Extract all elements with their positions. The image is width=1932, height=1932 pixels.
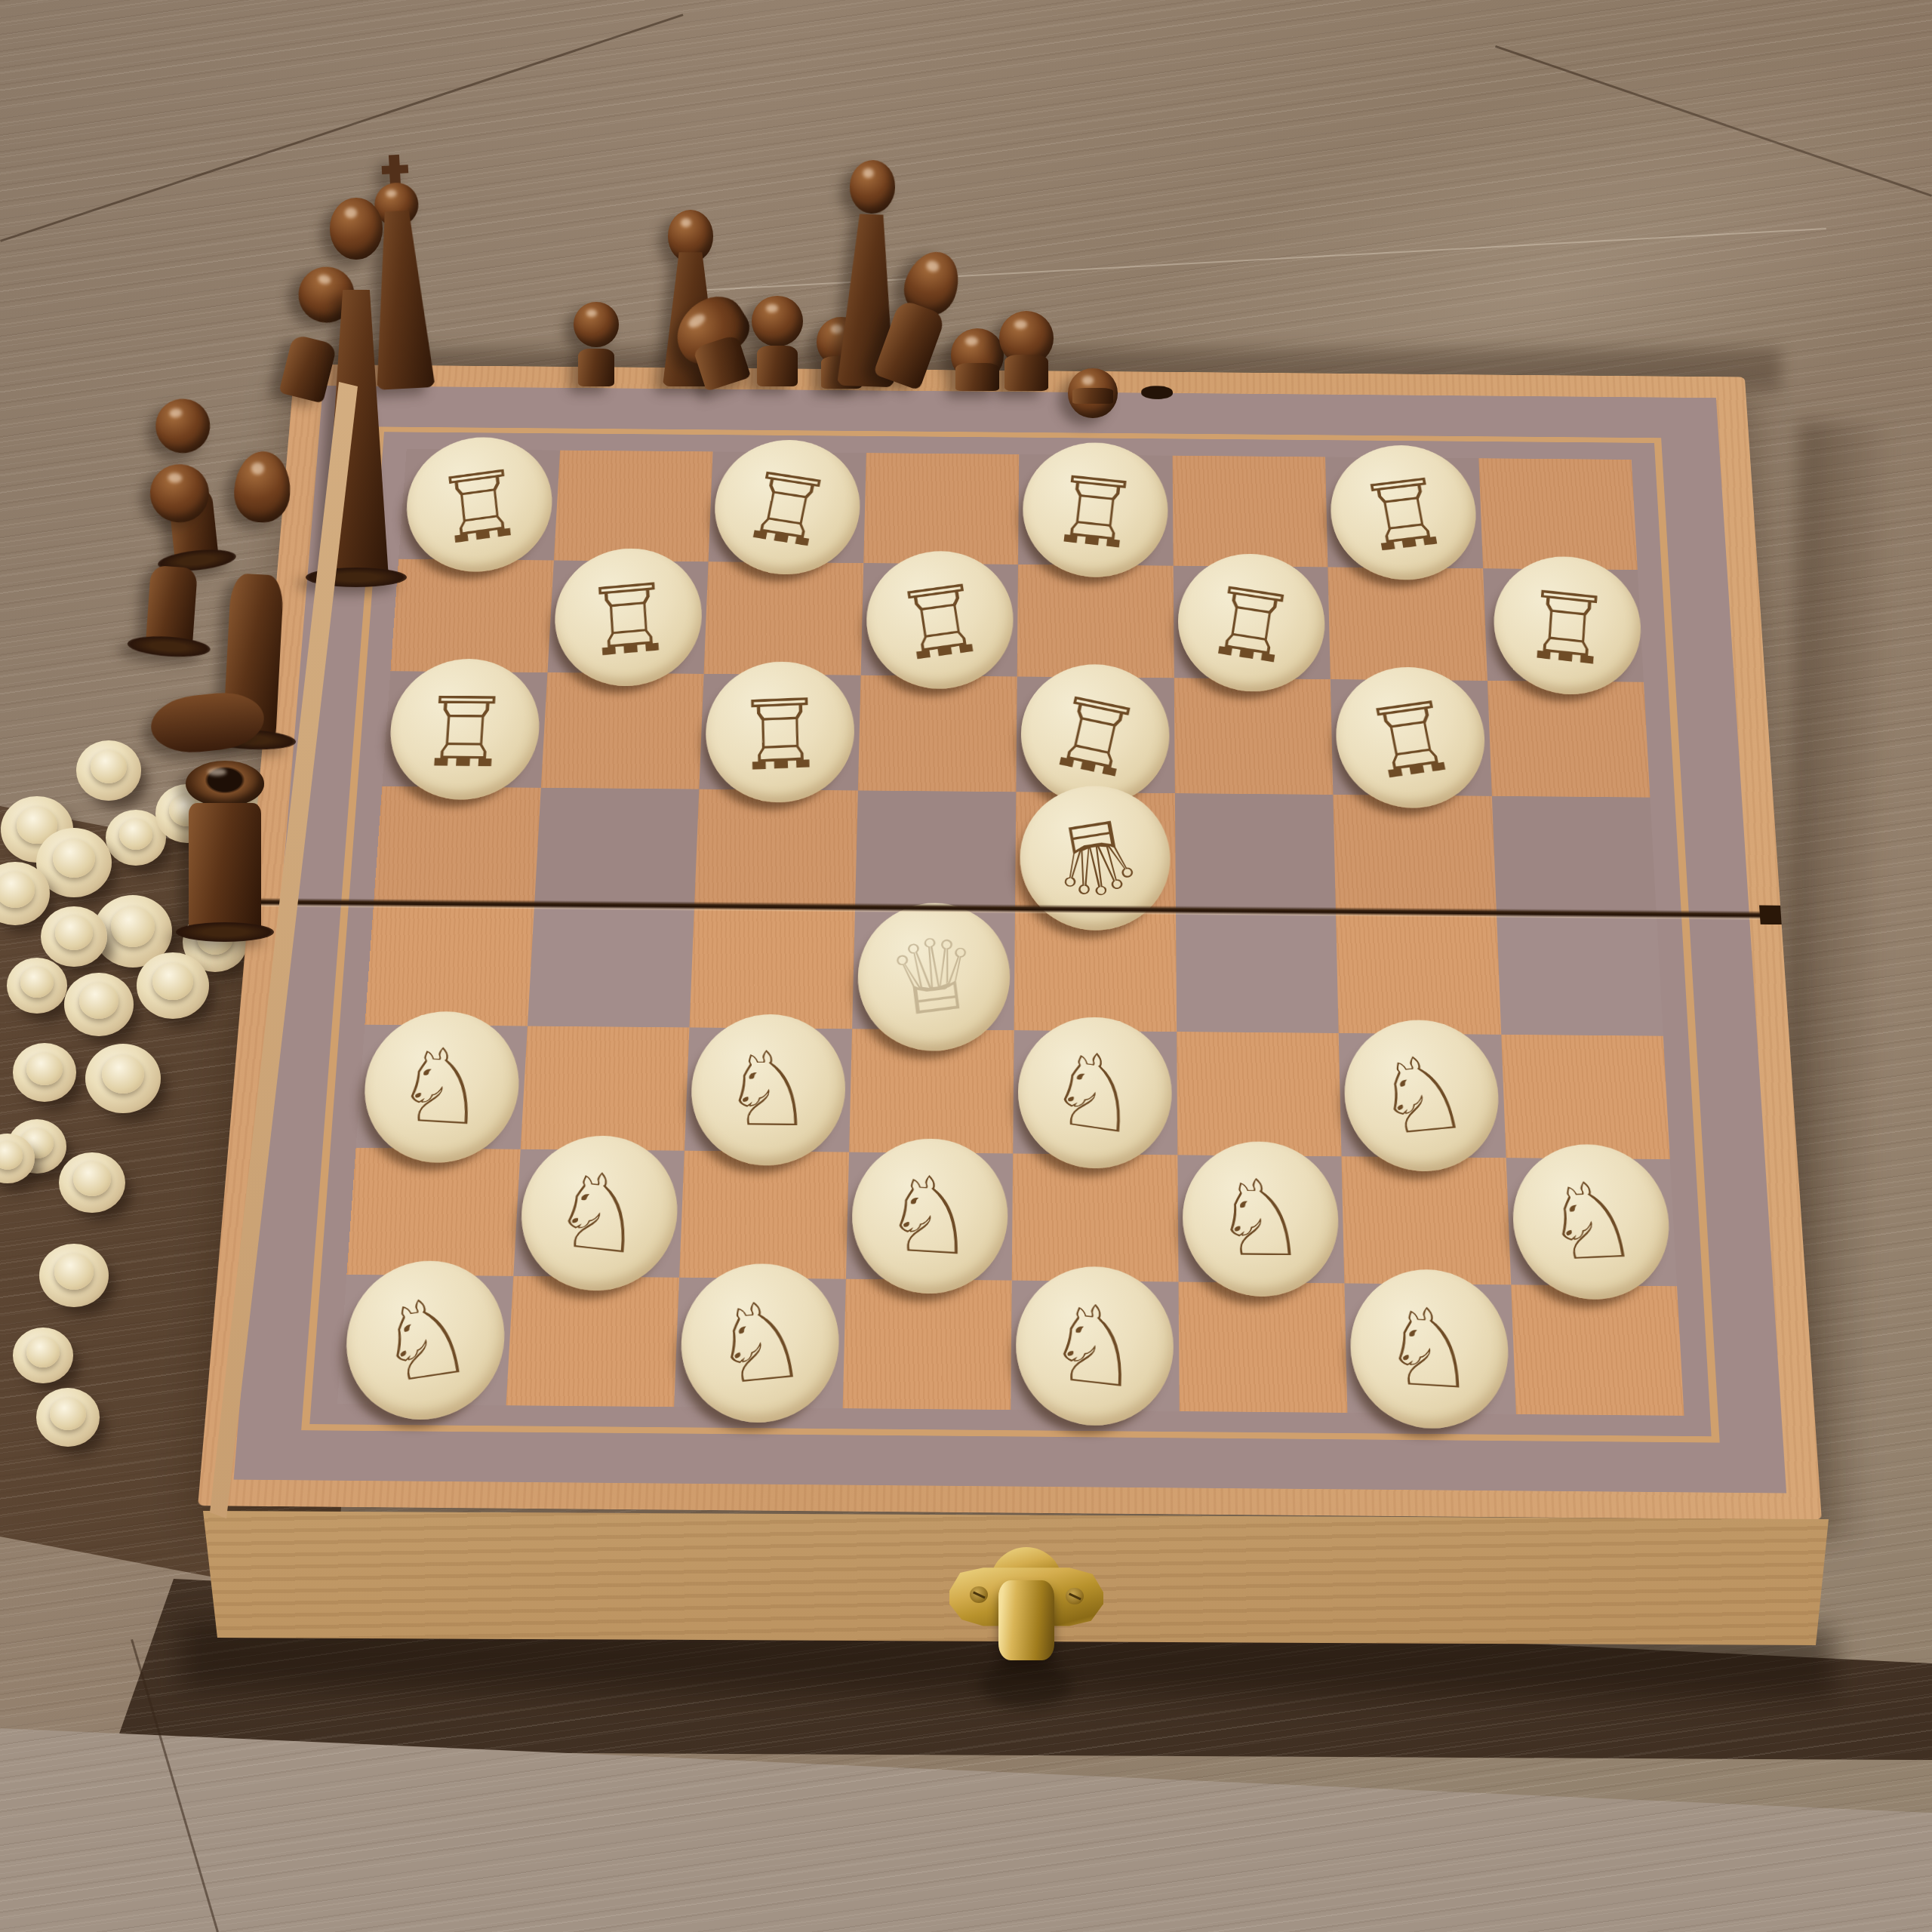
piece-body (189, 803, 260, 936)
piece-head (186, 761, 264, 807)
piece-head (574, 302, 619, 347)
clasp-barrel[interactable] (998, 1580, 1054, 1660)
piece-head (153, 396, 213, 456)
piece-base (127, 634, 211, 660)
piece-head (752, 296, 802, 346)
dark-pawn-piece[interactable] (747, 296, 808, 386)
piece-head (330, 198, 382, 260)
dark-lying-piece[interactable] (148, 688, 266, 756)
piece-head (848, 159, 896, 215)
piece-body (873, 299, 946, 390)
piece-head (149, 463, 211, 525)
scene: ♖♖♖♖♖♖♖♖♖♖♖♖♕♕♘♘♘♘♘♘♘♘♘♘♘♘ (0, 0, 1932, 1932)
clasp-shadow (981, 1660, 1072, 1709)
clasp-screw-icon (1066, 1588, 1084, 1604)
piece-base (176, 922, 274, 942)
dark-pawn-piece[interactable] (994, 311, 1059, 391)
piece-body (148, 688, 266, 756)
dark-rook-piece[interactable] (184, 761, 266, 936)
dark-pawn-piece[interactable] (134, 462, 216, 653)
dark-pawn-piece[interactable] (569, 302, 623, 386)
piece-body (1004, 355, 1049, 391)
piece-head (232, 450, 293, 523)
cross-finial-icon (389, 155, 401, 186)
dark-pawn-piece[interactable] (1063, 368, 1122, 404)
piece-body (578, 349, 615, 386)
clasp-screw-icon (970, 1586, 988, 1603)
piece-body (955, 363, 998, 391)
piece-body (1072, 388, 1112, 404)
piece-body (757, 346, 798, 386)
